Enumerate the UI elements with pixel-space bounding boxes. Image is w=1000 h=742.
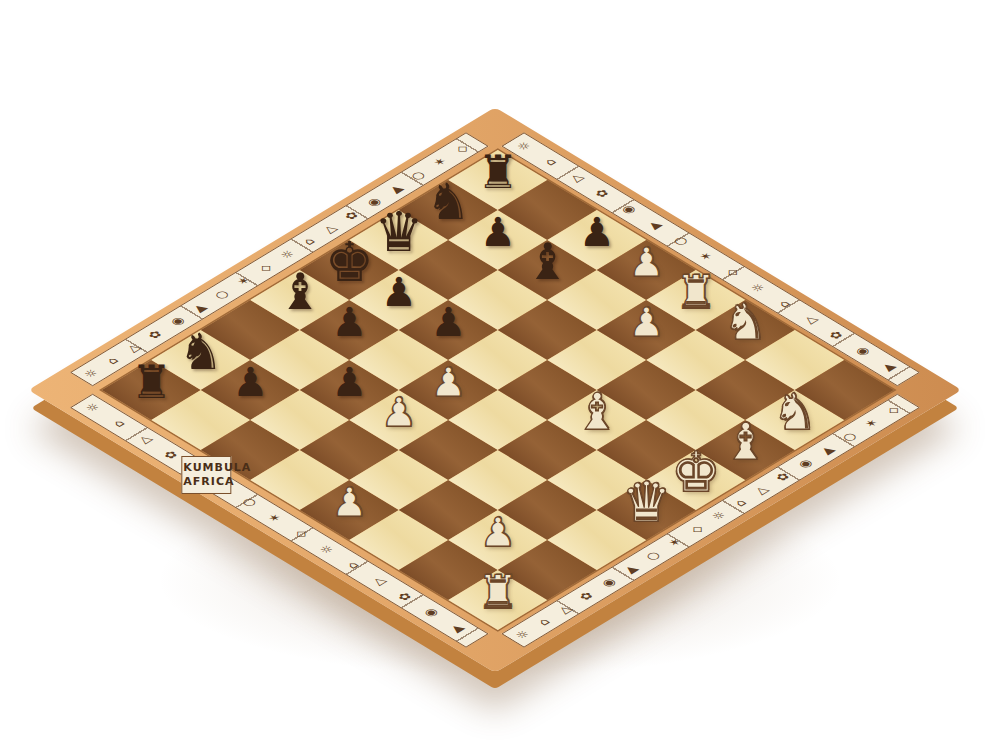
- piece-white-rook[interactable]: ♜: [463, 557, 533, 627]
- piece-black-pawn[interactable]: ♟: [215, 347, 285, 417]
- square-c5[interactable]: ♟: [349, 390, 448, 450]
- square-a4[interactable]: ♟: [300, 480, 399, 540]
- piece-white-queen[interactable]: ♛: [611, 467, 681, 537]
- piece-white-pawn[interactable]: ♟: [364, 377, 434, 447]
- piece-black-rook[interactable]: ♜: [116, 347, 186, 417]
- piece-black-bishop[interactable]: ♝: [512, 227, 582, 297]
- square-h3[interactable]: ♞: [696, 300, 795, 360]
- square-b7[interactable]: ♟: [201, 360, 300, 420]
- square-a1[interactable]: ♜: [448, 570, 547, 630]
- square-a8[interactable]: ♜: [102, 360, 201, 420]
- square-g6[interactable]: ♝: [498, 240, 597, 300]
- chess-board: ☼ ⌂ △ ✿ ◉ ▲ ○ ✶ ◇ ☼ ⌂ △ ✿ ◉ ▲ ○ ✶ ◇ ☼ ⌂ …: [28, 107, 961, 673]
- square-d1[interactable]: ♛: [597, 480, 696, 540]
- square-e3[interactable]: ♝: [547, 390, 646, 450]
- brand-line1: KUMBULA: [183, 461, 229, 475]
- brand-line2: AFRICA: [183, 475, 229, 489]
- brand-engraving: KUMBULA AFRICA: [181, 456, 231, 493]
- square-g4[interactable]: ♟: [597, 300, 696, 360]
- piece-white-knight[interactable]: ♞: [710, 287, 780, 357]
- piece-white-pawn[interactable]: ♟: [314, 467, 384, 537]
- piece-white-bishop[interactable]: ♝: [562, 377, 632, 447]
- product-photo-scene: ☼ ⌂ △ ✿ ◉ ▲ ○ ✶ ◇ ☼ ⌂ △ ✿ ◉ ▲ ○ ✶ ◇ ☼ ⌂ …: [0, 0, 1000, 742]
- board-grid: ♜♞♝♚♛♞♜♟♟♟♟♟♟♝♟♟♟♟♟♟♜♝♞♟♜♛♚♝♞: [99, 148, 897, 631]
- piece-white-pawn[interactable]: ♟: [611, 287, 681, 357]
